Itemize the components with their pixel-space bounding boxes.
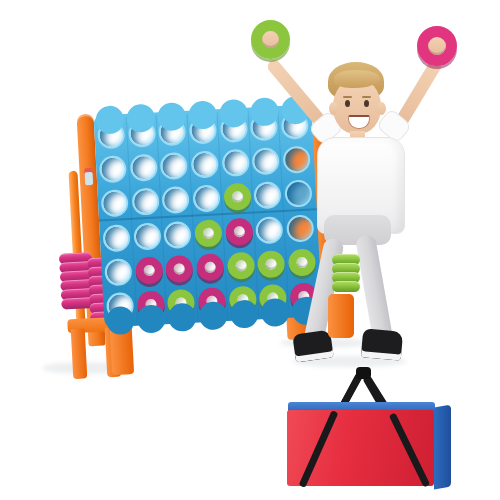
empty-hole-r4c3 (164, 220, 192, 248)
child-right-shoe (361, 328, 403, 360)
cell-r2c6 (250, 143, 282, 179)
child-left-eye (345, 100, 350, 107)
cell-r5c3 (164, 251, 196, 287)
empty-hole-r3c6 (253, 181, 281, 209)
cell-r5c1 (103, 254, 135, 290)
pink-disc-r4c5 (225, 217, 253, 245)
green-disc-r5c7 (288, 248, 316, 276)
pink-disc-r5c4 (196, 253, 224, 281)
cell-r3c2 (130, 184, 162, 220)
cell-r2c7 (281, 142, 313, 178)
plank-latch-top (85, 172, 94, 185)
green-stacked-disc (332, 281, 360, 292)
cell-r2c1 (98, 151, 130, 187)
held-pink-ring (417, 26, 457, 66)
green-disc-r5c6 (257, 250, 285, 278)
cell-r2c2 (128, 150, 160, 186)
cell-r3c7 (282, 176, 314, 212)
empty-hole-r2c6 (252, 147, 280, 175)
carry-bag (282, 366, 452, 490)
pink-disc-r5c2 (135, 256, 163, 284)
child-right-brow (362, 96, 371, 98)
product-photo-giant-connect-four: { "game": "connect-four", "title": "Gian… (0, 0, 500, 500)
empty-hole-r3c4 (192, 185, 220, 213)
empty-hole-r4c6 (255, 216, 283, 244)
empty-hole-r3c3 (162, 186, 190, 214)
cell-r4c6 (254, 212, 286, 248)
cell-r3c3 (160, 182, 192, 218)
cell-r3c5 (221, 179, 253, 215)
empty-hole-r4c1 (103, 224, 131, 252)
cell-r2c4 (189, 146, 221, 182)
left-foot-leg-a (71, 328, 88, 379)
pink-disc-r5c3 (165, 255, 193, 283)
child-left-ear (329, 102, 338, 115)
empty-hole-r3c1 (101, 189, 129, 217)
cell-r4c7 (284, 210, 316, 246)
cell-r5c6 (256, 246, 288, 282)
bottom-scallop-5 (229, 299, 258, 328)
empty-hole-r3c7 (284, 180, 312, 208)
empty-hole-r2c4 (191, 150, 219, 178)
cell-r3c6 (252, 178, 284, 214)
bottom-scallop-6 (260, 298, 289, 327)
board-holes (96, 107, 320, 324)
bottom-scallop-2 (136, 304, 165, 333)
cell-r4c4 (193, 215, 225, 251)
bag-handle-knot (356, 367, 371, 379)
cell-r4c1 (101, 220, 133, 256)
bottom-scallop-3 (167, 303, 196, 332)
green-disc-r5c5 (227, 252, 255, 280)
child-right-eye (364, 100, 369, 107)
green-disc-r3c5 (223, 183, 251, 211)
empty-hole-r4c2 (133, 222, 161, 250)
child-left-brow (343, 96, 352, 98)
empty-hole-r2c3 (160, 152, 188, 180)
cell-r3c4 (191, 181, 223, 217)
empty-hole-r2c2 (130, 153, 158, 181)
empty-hole-r5c1 (104, 258, 132, 286)
cell-r2c3 (159, 148, 191, 184)
bag-side-panel (434, 405, 451, 490)
cell-r5c5 (225, 248, 257, 284)
cell-r5c4 (194, 249, 226, 285)
empty-hole-r3c2 (131, 188, 159, 216)
cell-r4c5 (223, 213, 255, 249)
empty-hole-r2c7 (283, 145, 311, 173)
child-right-ear (377, 102, 386, 115)
green-disc-stack (332, 256, 360, 292)
cell-r2c5 (220, 145, 252, 181)
right-foot-leg (328, 294, 354, 338)
connect-four-board (94, 104, 323, 327)
cell-r4c3 (162, 217, 194, 253)
empty-hole-r2c5 (221, 149, 249, 177)
green-disc-r4c4 (194, 219, 222, 247)
held-green-ring (251, 20, 290, 59)
cell-r5c2 (133, 253, 165, 289)
cell-r5c7 (286, 245, 318, 281)
empty-hole-r2c1 (99, 155, 127, 183)
bottom-scallop-4 (198, 301, 227, 330)
cell-r3c1 (99, 186, 131, 222)
empty-hole-r4c7 (286, 214, 314, 242)
cell-r4c2 (132, 218, 164, 254)
